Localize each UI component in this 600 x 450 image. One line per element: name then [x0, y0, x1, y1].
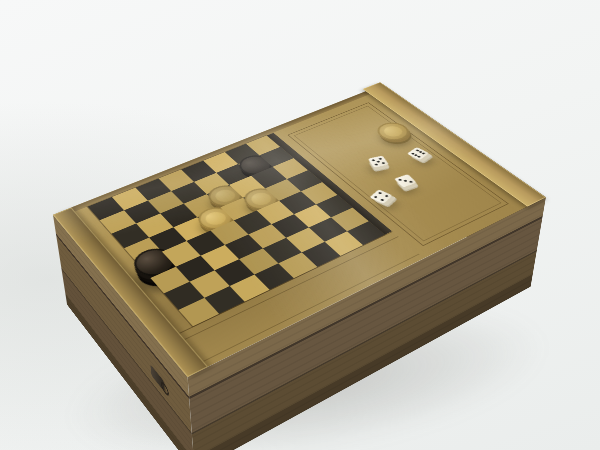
- scene: [0, 0, 600, 450]
- game-box: [53, 84, 546, 377]
- metal-hasp: [150, 364, 164, 391]
- photo-antique-checkers-box: [0, 0, 600, 450]
